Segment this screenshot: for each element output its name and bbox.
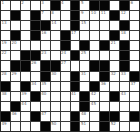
clue-number: 48	[81, 112, 86, 116]
crossword-cell[interactable]	[61, 21, 70, 30]
crossword-cell[interactable]	[110, 1, 119, 10]
crossword-cell[interactable]: 36	[100, 82, 109, 91]
clue-number: 34	[31, 82, 36, 86]
clue-number: 15	[81, 21, 86, 25]
black-cell	[41, 122, 50, 131]
crossword-cell[interactable]	[90, 41, 99, 50]
crossword-cell[interactable]: 39	[21, 92, 30, 101]
black-cell	[71, 1, 80, 10]
black-cell	[100, 72, 109, 81]
crossword-cell[interactable]	[90, 72, 99, 81]
crossword-cell[interactable]: 27	[61, 61, 70, 70]
black-cell	[21, 61, 30, 70]
crossword-cell[interactable]: 12	[120, 11, 129, 20]
crossword-cell[interactable]	[110, 61, 119, 70]
crossword-cell[interactable]	[80, 82, 89, 91]
crossword-cell[interactable]: 47	[41, 112, 50, 121]
crossword-cell[interactable]	[21, 21, 30, 30]
crossword-cell[interactable]: 49	[1, 122, 10, 131]
clue-number: 19	[2, 41, 7, 45]
black-cell	[120, 61, 129, 70]
crossword-cell[interactable]	[130, 122, 139, 131]
clue-number: 16	[41, 31, 46, 35]
black-cell	[100, 41, 109, 50]
crossword-cell[interactable]: 22	[1, 51, 10, 60]
crossword-board: 1234567891011121314151617181920212223242…	[0, 0, 140, 132]
crossword-cell[interactable]	[1, 61, 10, 70]
crossword-cell[interactable]	[120, 122, 129, 131]
crossword-cell[interactable]	[21, 11, 30, 20]
crossword-cell[interactable]: 15	[80, 21, 89, 30]
black-cell	[120, 41, 129, 50]
crossword-cell[interactable]: 43	[120, 92, 129, 101]
crossword-cell[interactable]	[11, 122, 20, 131]
crossword-cell[interactable]	[120, 112, 129, 121]
clue-number: 20	[11, 41, 16, 45]
clue-number: 50	[51, 122, 56, 126]
clue-number: 43	[121, 92, 126, 96]
crossword-cell[interactable]	[110, 21, 119, 30]
crossword-cell[interactable]	[130, 92, 139, 101]
clue-number: 52	[111, 122, 116, 126]
clue-number: 36	[101, 82, 106, 86]
crossword-cell[interactable]	[11, 82, 20, 91]
black-cell	[100, 61, 109, 70]
crossword-cell[interactable]	[110, 51, 119, 60]
crossword-cell[interactable]	[51, 92, 60, 101]
clue-number: 2	[21, 1, 24, 5]
crossword-cell[interactable]	[90, 31, 99, 40]
crossword-cell[interactable]: 28	[1, 72, 10, 81]
crossword-cell[interactable]: 29	[11, 72, 20, 81]
crossword-cell[interactable]	[31, 122, 40, 131]
crossword-cell[interactable]	[61, 82, 70, 91]
crossword-cell[interactable]: 26	[31, 61, 40, 70]
clue-number: 23	[41, 51, 46, 55]
black-cell	[31, 31, 40, 40]
crossword-cell[interactable]: 44	[21, 102, 30, 111]
crossword-cell[interactable]: 38	[1, 92, 10, 101]
crossword-cell[interactable]: 3	[41, 1, 50, 10]
black-cell	[51, 61, 60, 70]
black-cell	[71, 51, 80, 60]
crossword-cell[interactable]	[11, 92, 20, 101]
crossword-cell[interactable]	[100, 102, 109, 111]
clue-number: 44	[21, 102, 26, 106]
black-cell	[120, 21, 129, 30]
crossword-cell[interactable]: 8	[51, 11, 60, 20]
clue-number: 49	[2, 122, 7, 126]
clue-number: 45	[91, 102, 96, 106]
clue-number: 1	[2, 1, 5, 5]
crossword-cell[interactable]	[1, 102, 10, 111]
crossword-cell[interactable]	[61, 92, 70, 101]
black-cell	[90, 1, 99, 10]
black-cell	[11, 102, 20, 111]
crossword-cell[interactable]	[31, 72, 40, 81]
black-cell	[21, 82, 30, 91]
clue-number: 5	[81, 1, 84, 5]
black-cell	[61, 31, 70, 40]
crossword-cell[interactable]	[21, 112, 30, 121]
crossword-cell[interactable]	[110, 102, 119, 111]
crossword-cell[interactable]: 30	[51, 72, 60, 81]
black-cell	[11, 31, 20, 40]
clue-number: 12	[121, 11, 126, 15]
crossword-cell[interactable]	[130, 21, 139, 30]
crossword-cell[interactable]: 7	[41, 11, 50, 20]
black-cell	[11, 61, 20, 70]
crossword-cell[interactable]: 50	[51, 122, 60, 131]
crossword-cell[interactable]	[61, 112, 70, 121]
clue-number: 47	[41, 112, 46, 116]
crossword-cell[interactable]	[21, 72, 30, 81]
crossword-cell[interactable]	[130, 11, 139, 20]
clue-number: 40	[41, 92, 46, 96]
crossword-cell[interactable]: 52	[110, 122, 119, 131]
crossword-cell[interactable]	[120, 102, 129, 111]
crossword-cell[interactable]: 19	[1, 41, 10, 50]
crossword-cell[interactable]: 4	[61, 1, 70, 10]
crossword-cell[interactable]	[130, 51, 139, 60]
black-cell	[100, 122, 109, 131]
black-cell	[31, 92, 40, 101]
crossword-cell[interactable]: 41	[71, 92, 80, 101]
clue-number: 22	[2, 51, 7, 55]
crossword-cell[interactable]	[90, 112, 99, 121]
crossword-cell[interactable]	[100, 21, 109, 30]
black-cell	[80, 102, 89, 111]
crossword-cell[interactable]	[21, 41, 30, 50]
crossword-cell[interactable]	[61, 11, 70, 20]
black-cell	[1, 82, 10, 91]
crossword-cell[interactable]	[71, 41, 80, 50]
crossword-cell[interactable]	[51, 102, 60, 111]
crossword-cell[interactable]	[1, 11, 10, 20]
black-cell	[130, 72, 139, 81]
clue-number: 26	[31, 61, 36, 65]
clue-number: 3	[41, 1, 44, 5]
crossword-cell[interactable]: 35	[41, 82, 50, 91]
crossword-cell[interactable]: 1	[1, 1, 10, 10]
crossword-cell[interactable]	[31, 41, 40, 50]
crossword-cell[interactable]: 6	[130, 1, 139, 10]
crossword-cell[interactable]	[61, 102, 70, 111]
clue-number: 8	[51, 11, 54, 15]
clue-number: 21	[111, 41, 116, 45]
black-cell	[41, 72, 50, 81]
crossword-cell[interactable]: 20	[11, 41, 20, 50]
clue-number: 13	[2, 21, 7, 25]
crossword-cell[interactable]	[90, 122, 99, 131]
clue-number: 51	[81, 122, 86, 126]
crossword-cell[interactable]: 48	[80, 112, 89, 121]
black-cell	[31, 11, 40, 20]
crossword-cell[interactable]	[130, 61, 139, 70]
crossword-cell[interactable]	[61, 122, 70, 131]
crossword-cell[interactable]: 9	[80, 11, 89, 20]
clue-number: 37	[131, 82, 136, 86]
crossword-cell[interactable]: 46	[11, 112, 20, 121]
crossword-cell[interactable]	[100, 31, 109, 40]
crossword-cell[interactable]: 42	[90, 92, 99, 101]
crossword-cell[interactable]: 16	[41, 31, 50, 40]
crossword-cell[interactable]	[90, 21, 99, 30]
black-cell	[90, 61, 99, 70]
crossword-cell[interactable]: 13	[1, 21, 10, 30]
crossword-cell[interactable]	[51, 82, 60, 91]
black-cell	[71, 11, 80, 20]
clue-number: 24	[61, 51, 66, 55]
black-cell	[90, 82, 99, 91]
crossword-cell[interactable]	[11, 1, 20, 10]
clue-number: 42	[91, 92, 96, 96]
black-cell	[51, 1, 60, 10]
crossword-cell[interactable]	[110, 82, 119, 91]
black-cell	[110, 11, 119, 20]
crossword-cell[interactable]	[80, 61, 89, 70]
clue-number: 28	[2, 72, 7, 76]
crossword-cell[interactable]: 31	[80, 72, 89, 81]
crossword-cell[interactable]: 5	[80, 1, 89, 10]
black-cell	[120, 51, 129, 60]
black-cell	[31, 112, 40, 121]
clue-number: 4	[61, 1, 64, 5]
crossword-cell[interactable]: 45	[90, 102, 99, 111]
black-cell	[120, 1, 129, 10]
black-cell	[11, 11, 20, 20]
crossword-cell[interactable]	[130, 41, 139, 50]
crossword-cell[interactable]	[120, 82, 129, 91]
crossword-cell[interactable]	[11, 21, 20, 30]
crossword-cell[interactable]: 23	[41, 51, 50, 60]
black-cell	[71, 112, 80, 121]
crossword-cell[interactable]: 14	[51, 21, 60, 30]
black-cell	[1, 112, 10, 121]
crossword-cell[interactable]: 24	[61, 51, 70, 60]
clue-number: 39	[21, 92, 26, 96]
clue-number: 38	[2, 92, 7, 96]
crossword-cell[interactable]	[31, 1, 40, 10]
clue-number: 18	[121, 31, 126, 35]
crossword-cell[interactable]: 11	[100, 11, 109, 20]
clue-number: 41	[71, 92, 76, 96]
crossword-cell[interactable]	[51, 51, 60, 60]
clue-number: 27	[61, 61, 66, 65]
clue-number: 14	[51, 21, 56, 25]
black-cell	[100, 1, 109, 10]
black-cell	[71, 122, 80, 131]
crossword-cell[interactable]	[21, 122, 30, 131]
crossword-cell[interactable]: 25	[80, 51, 89, 60]
crossword-cell[interactable]	[71, 61, 80, 70]
black-cell	[100, 112, 109, 121]
crossword-cell[interactable]	[130, 102, 139, 111]
crossword-cell[interactable]	[31, 102, 40, 111]
black-cell	[71, 72, 80, 81]
crossword-cell[interactable]: 51	[80, 122, 89, 131]
clue-number: 9	[81, 11, 84, 15]
black-cell	[130, 112, 139, 121]
crossword-cell[interactable]	[80, 31, 89, 40]
crossword-cell[interactable]: 2	[21, 1, 30, 10]
crossword-cell[interactable]	[100, 92, 109, 101]
crossword-cell[interactable]	[100, 51, 109, 60]
crossword-cell[interactable]	[130, 31, 139, 40]
clue-number: 10	[91, 11, 96, 15]
crossword-cell[interactable]	[71, 102, 80, 111]
clue-number: 35	[41, 82, 46, 86]
crossword-cell[interactable]	[41, 102, 50, 111]
clue-number: 32	[111, 72, 116, 76]
clue-number: 46	[11, 112, 16, 116]
clue-number: 29	[11, 72, 16, 76]
black-cell	[80, 41, 89, 50]
crossword-cell[interactable]	[51, 41, 60, 50]
clue-number: 11	[101, 11, 106, 15]
clue-number: 30	[51, 72, 56, 76]
black-cell	[110, 92, 119, 101]
crossword-cell[interactable]: 37	[130, 82, 139, 91]
crossword-cell[interactable]	[51, 31, 60, 40]
crossword-cell[interactable]	[90, 51, 99, 60]
clue-number: 31	[81, 72, 86, 76]
clue-number: 25	[81, 51, 86, 55]
crossword-cell[interactable]: 17	[71, 31, 80, 40]
black-cell	[71, 21, 80, 30]
crossword-cell[interactable]: 33	[120, 72, 129, 81]
black-cell	[31, 51, 40, 60]
black-cell	[110, 31, 119, 40]
crossword-cell[interactable]: 40	[41, 92, 50, 101]
crossword-cell[interactable]: 10	[90, 11, 99, 20]
crossword-cell[interactable]: 18	[120, 31, 129, 40]
black-cell	[80, 92, 89, 101]
black-cell	[110, 112, 119, 121]
crossword-cell[interactable]: 32	[110, 72, 119, 81]
black-cell	[21, 51, 30, 60]
clue-number: 17	[71, 31, 76, 35]
crossword-cell[interactable]	[41, 41, 50, 50]
crossword-cell[interactable]: 21	[110, 41, 119, 50]
black-cell	[71, 82, 80, 91]
crossword-cell[interactable]	[61, 72, 70, 81]
crossword-cell[interactable]: 34	[31, 82, 40, 91]
clue-number: 6	[131, 1, 134, 5]
clue-number: 33	[121, 72, 126, 76]
black-cell	[41, 61, 50, 70]
clue-number: 7	[41, 11, 44, 15]
black-cell	[61, 41, 70, 50]
crossword-cell[interactable]	[51, 112, 60, 121]
crossword-cell[interactable]	[11, 51, 20, 60]
crossword-cell[interactable]	[1, 31, 10, 40]
black-cell	[41, 21, 50, 30]
black-cell	[31, 21, 40, 30]
crossword-cell[interactable]	[21, 31, 30, 40]
